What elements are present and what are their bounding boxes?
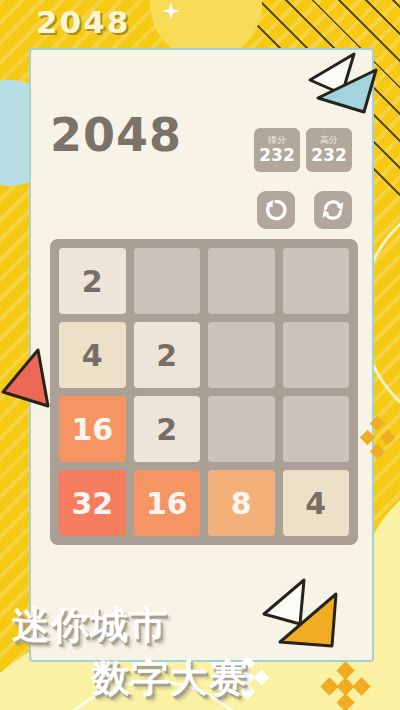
grid-cell [134, 248, 201, 314]
grid-cell [283, 322, 350, 388]
red-triangle-icon [0, 342, 60, 417]
restart-button[interactable] [314, 191, 352, 229]
grid-cell [208, 248, 275, 314]
paper-plane-blue-icon [296, 50, 384, 118]
grid-cell [208, 396, 275, 462]
best-score-box: 高分 232 [306, 128, 352, 172]
grid-cell [283, 396, 350, 462]
grid-cell [208, 322, 275, 388]
restart-icon [320, 197, 346, 223]
tile-2: 2 [59, 248, 126, 314]
tile-16: 16 [134, 470, 201, 536]
window-title: 2048 [36, 4, 130, 40]
tile-2: 2 [134, 396, 201, 462]
tile-4: 4 [59, 322, 126, 388]
banner-line-2: 数字大赛 [92, 653, 248, 704]
control-buttons [257, 191, 352, 229]
tile-4: 4 [283, 470, 350, 536]
game-card: 2048 得分 232 高分 232 [29, 48, 374, 662]
app-screen: 2048 2048 得分 232 高分 232 [0, 0, 400, 710]
tile-8: 8 [208, 470, 275, 536]
score-value: 232 [259, 146, 295, 165]
paper-plane-amber-icon [252, 572, 348, 654]
banner-line-1: 迷你城市 [12, 600, 168, 651]
score-box: 得分 232 [254, 128, 300, 172]
tile-2: 2 [134, 322, 201, 388]
best-score-value: 232 [311, 146, 347, 165]
score-panel: 得分 232 高分 232 [254, 128, 352, 172]
tile-16: 16 [59, 396, 126, 462]
undo-icon [263, 197, 289, 223]
grid-cell [283, 248, 350, 314]
undo-button[interactable] [257, 191, 295, 229]
game-title: 2048 [50, 108, 182, 162]
tile-32: 32 [59, 470, 126, 536]
game-board[interactable]: 242162321684 [50, 239, 358, 545]
